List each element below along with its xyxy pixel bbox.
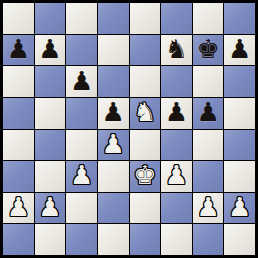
square-h3[interactable] — [224, 161, 255, 192]
square-b7[interactable]: ♟ — [35, 35, 66, 66]
square-c6[interactable]: ♟ — [66, 66, 97, 97]
square-h8[interactable] — [224, 3, 255, 34]
square-c7[interactable] — [66, 35, 97, 66]
square-g7[interactable]: ♚ — [193, 35, 224, 66]
piece-black-pawn: ♟ — [38, 36, 61, 62]
piece-black-knight: ♞ — [165, 36, 188, 62]
square-e5[interactable]: ♞ — [130, 98, 161, 129]
square-a3[interactable] — [3, 161, 34, 192]
square-a4[interactable] — [3, 130, 34, 161]
square-b3[interactable] — [35, 161, 66, 192]
piece-white-knight: ♞ — [133, 99, 156, 125]
chess-board-grid: ♟♟♞♚♟♟♟♞♟♟♟♟♚♟♟♟♟♟ — [3, 3, 255, 255]
square-h4[interactable] — [224, 130, 255, 161]
square-d8[interactable] — [98, 3, 129, 34]
piece-white-king: ♚ — [133, 162, 156, 188]
square-d1[interactable] — [98, 224, 129, 255]
square-c2[interactable] — [66, 193, 97, 224]
square-d2[interactable] — [98, 193, 129, 224]
square-c4[interactable] — [66, 130, 97, 161]
piece-white-pawn: ♟ — [228, 194, 251, 220]
square-f1[interactable] — [161, 224, 192, 255]
square-c1[interactable] — [66, 224, 97, 255]
square-g2[interactable]: ♟ — [193, 193, 224, 224]
square-g8[interactable] — [193, 3, 224, 34]
square-f6[interactable] — [161, 66, 192, 97]
piece-black-pawn: ♟ — [70, 68, 93, 94]
piece-black-king: ♚ — [196, 36, 219, 62]
square-c5[interactable] — [66, 98, 97, 129]
piece-white-pawn: ♟ — [70, 162, 93, 188]
square-b4[interactable] — [35, 130, 66, 161]
piece-white-pawn: ♟ — [38, 194, 61, 220]
piece-white-pawn: ♟ — [165, 162, 188, 188]
square-h5[interactable] — [224, 98, 255, 129]
square-e8[interactable] — [130, 3, 161, 34]
piece-white-pawn: ♟ — [7, 194, 30, 220]
square-e2[interactable] — [130, 193, 161, 224]
square-a5[interactable] — [3, 98, 34, 129]
square-a8[interactable] — [3, 3, 34, 34]
square-h7[interactable]: ♟ — [224, 35, 255, 66]
square-f2[interactable] — [161, 193, 192, 224]
square-b2[interactable]: ♟ — [35, 193, 66, 224]
square-d4[interactable]: ♟ — [98, 130, 129, 161]
square-c8[interactable] — [66, 3, 97, 34]
piece-black-pawn: ♟ — [165, 99, 188, 125]
piece-white-pawn: ♟ — [102, 131, 125, 157]
square-d7[interactable] — [98, 35, 129, 66]
square-g1[interactable] — [193, 224, 224, 255]
square-g3[interactable] — [193, 161, 224, 192]
square-h2[interactable]: ♟ — [224, 193, 255, 224]
square-e1[interactable] — [130, 224, 161, 255]
square-d3[interactable] — [98, 161, 129, 192]
square-a6[interactable] — [3, 66, 34, 97]
square-f3[interactable]: ♟ — [161, 161, 192, 192]
square-f7[interactable]: ♞ — [161, 35, 192, 66]
square-f5[interactable]: ♟ — [161, 98, 192, 129]
square-h6[interactable] — [224, 66, 255, 97]
piece-black-pawn: ♟ — [7, 36, 30, 62]
square-a1[interactable] — [3, 224, 34, 255]
square-b6[interactable] — [35, 66, 66, 97]
square-f8[interactable] — [161, 3, 192, 34]
chess-board: ♟♟♞♚♟♟♟♞♟♟♟♟♚♟♟♟♟♟ — [0, 0, 258, 258]
square-b8[interactable] — [35, 3, 66, 34]
square-d5[interactable]: ♟ — [98, 98, 129, 129]
piece-black-pawn: ♟ — [196, 99, 219, 125]
square-f4[interactable] — [161, 130, 192, 161]
piece-black-pawn: ♟ — [102, 99, 125, 125]
square-c3[interactable]: ♟ — [66, 161, 97, 192]
square-b5[interactable] — [35, 98, 66, 129]
square-b1[interactable] — [35, 224, 66, 255]
square-g5[interactable]: ♟ — [193, 98, 224, 129]
square-e4[interactable] — [130, 130, 161, 161]
square-g4[interactable] — [193, 130, 224, 161]
piece-black-pawn: ♟ — [228, 36, 251, 62]
square-e6[interactable] — [130, 66, 161, 97]
square-g6[interactable] — [193, 66, 224, 97]
square-h1[interactable] — [224, 224, 255, 255]
square-d6[interactable] — [98, 66, 129, 97]
square-e3[interactable]: ♚ — [130, 161, 161, 192]
square-a7[interactable]: ♟ — [3, 35, 34, 66]
piece-white-pawn: ♟ — [196, 194, 219, 220]
square-a2[interactable]: ♟ — [3, 193, 34, 224]
square-e7[interactable] — [130, 35, 161, 66]
